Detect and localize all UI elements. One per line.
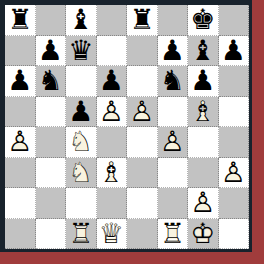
square-f7[interactable]: ♟	[158, 36, 189, 67]
square-b6[interactable]: ♞	[36, 66, 67, 97]
square-h6[interactable]	[219, 66, 250, 97]
square-d7[interactable]	[97, 36, 128, 67]
square-c2[interactable]	[66, 188, 97, 219]
square-e5[interactable]: ♟♙	[127, 97, 158, 128]
white-bishop: ♝♗	[188, 97, 218, 127]
square-c1[interactable]: ♜♖	[66, 219, 97, 250]
black-rook: ♜	[127, 5, 157, 35]
square-b8[interactable]	[36, 5, 67, 36]
white-rook: ♜♖	[158, 219, 188, 249]
black-bishop: ♝	[66, 5, 96, 35]
square-c5[interactable]: ♟	[66, 97, 97, 128]
square-f5[interactable]	[158, 97, 189, 128]
square-b2[interactable]	[36, 188, 67, 219]
square-e3[interactable]	[127, 158, 158, 189]
white-pawn: ♟♙	[158, 127, 188, 157]
square-b3[interactable]	[36, 158, 67, 189]
black-knight: ♞	[158, 66, 188, 96]
black-bishop: ♝	[188, 36, 218, 66]
square-a1[interactable]	[5, 219, 36, 250]
square-c4[interactable]: ♞♘	[66, 127, 97, 158]
square-h8[interactable]	[219, 5, 250, 36]
black-pawn: ♟	[5, 66, 35, 96]
square-f6[interactable]: ♞	[158, 66, 189, 97]
square-e4[interactable]	[127, 127, 158, 158]
square-h4[interactable]	[219, 127, 250, 158]
white-pawn: ♟♙	[97, 97, 127, 127]
square-a6[interactable]: ♟	[5, 66, 36, 97]
square-e1[interactable]	[127, 219, 158, 250]
square-b4[interactable]	[36, 127, 67, 158]
white-king: ♚♔	[188, 219, 218, 249]
square-b1[interactable]	[36, 219, 67, 250]
black-pawn: ♟	[97, 66, 127, 96]
black-knight: ♞	[36, 66, 66, 96]
board-frame: ♜♝♜♚♟♛♟♝♟♟♞♟♞♟♟♟♙♟♙♝♗♟♙♞♘♟♙♞♘♝♗♟♙♟♙♜♖♛♕♜…	[0, 0, 264, 264]
square-b7[interactable]: ♟	[36, 36, 67, 67]
black-pawn: ♟	[36, 36, 66, 66]
white-knight: ♞♘	[66, 127, 96, 157]
square-e6[interactable]	[127, 66, 158, 97]
square-h3[interactable]: ♟♙	[219, 158, 250, 189]
white-pawn: ♟♙	[127, 97, 157, 127]
square-b5[interactable]	[36, 97, 67, 128]
square-a2[interactable]	[5, 188, 36, 219]
black-pawn: ♟	[188, 66, 218, 96]
square-d3[interactable]: ♝♗	[97, 158, 128, 189]
square-g6[interactable]: ♟	[188, 66, 219, 97]
square-f8[interactable]	[158, 5, 189, 36]
white-knight: ♞♘	[66, 158, 96, 188]
square-d8[interactable]	[97, 5, 128, 36]
square-g3[interactable]	[188, 158, 219, 189]
square-f4[interactable]: ♟♙	[158, 127, 189, 158]
white-pawn: ♟♙	[219, 158, 249, 188]
black-pawn: ♟	[219, 36, 249, 66]
chess-board: ♜♝♜♚♟♛♟♝♟♟♞♟♞♟♟♟♙♟♙♝♗♟♙♞♘♟♙♞♘♝♗♟♙♟♙♜♖♛♕♜…	[5, 5, 249, 249]
square-g5[interactable]: ♝♗	[188, 97, 219, 128]
square-d2[interactable]	[97, 188, 128, 219]
white-bishop: ♝♗	[97, 158, 127, 188]
square-a8[interactable]: ♜	[5, 5, 36, 36]
square-c3[interactable]: ♞♘	[66, 158, 97, 189]
square-d5[interactable]: ♟♙	[97, 97, 128, 128]
square-a4[interactable]: ♟♙	[5, 127, 36, 158]
square-g2[interactable]: ♟♙	[188, 188, 219, 219]
square-g4[interactable]	[188, 127, 219, 158]
square-f2[interactable]	[158, 188, 189, 219]
square-a5[interactable]	[5, 97, 36, 128]
square-d6[interactable]: ♟	[97, 66, 128, 97]
white-pawn: ♟♙	[5, 127, 35, 157]
board-border: ♜♝♜♚♟♛♟♝♟♟♞♟♞♟♟♟♙♟♙♝♗♟♙♞♘♟♙♞♘♝♗♟♙♟♙♜♖♛♕♜…	[0, 0, 252, 252]
square-a3[interactable]	[5, 158, 36, 189]
square-e7[interactable]	[127, 36, 158, 67]
square-d4[interactable]	[97, 127, 128, 158]
square-a7[interactable]	[5, 36, 36, 67]
square-f3[interactable]	[158, 158, 189, 189]
square-e2[interactable]	[127, 188, 158, 219]
black-king: ♚	[188, 5, 218, 35]
square-h5[interactable]	[219, 97, 250, 128]
square-h7[interactable]: ♟	[219, 36, 250, 67]
white-queen: ♛♕	[97, 219, 127, 249]
square-g7[interactable]: ♝	[188, 36, 219, 67]
square-c6[interactable]	[66, 66, 97, 97]
square-d1[interactable]: ♛♕	[97, 219, 128, 250]
square-g1[interactable]: ♚♔	[188, 219, 219, 250]
square-h2[interactable]	[219, 188, 250, 219]
square-h1[interactable]	[219, 219, 250, 250]
black-queen: ♛	[66, 36, 96, 66]
square-e8[interactable]: ♜	[127, 5, 158, 36]
white-pawn: ♟♙	[188, 188, 218, 218]
square-c7[interactable]: ♛	[66, 36, 97, 67]
black-pawn: ♟	[66, 97, 96, 127]
square-f1[interactable]: ♜♖	[158, 219, 189, 250]
white-rook: ♜♖	[66, 219, 96, 249]
black-pawn: ♟	[158, 36, 188, 66]
square-c8[interactable]: ♝	[66, 5, 97, 36]
black-rook: ♜	[5, 5, 35, 35]
square-g8[interactable]: ♚	[188, 5, 219, 36]
